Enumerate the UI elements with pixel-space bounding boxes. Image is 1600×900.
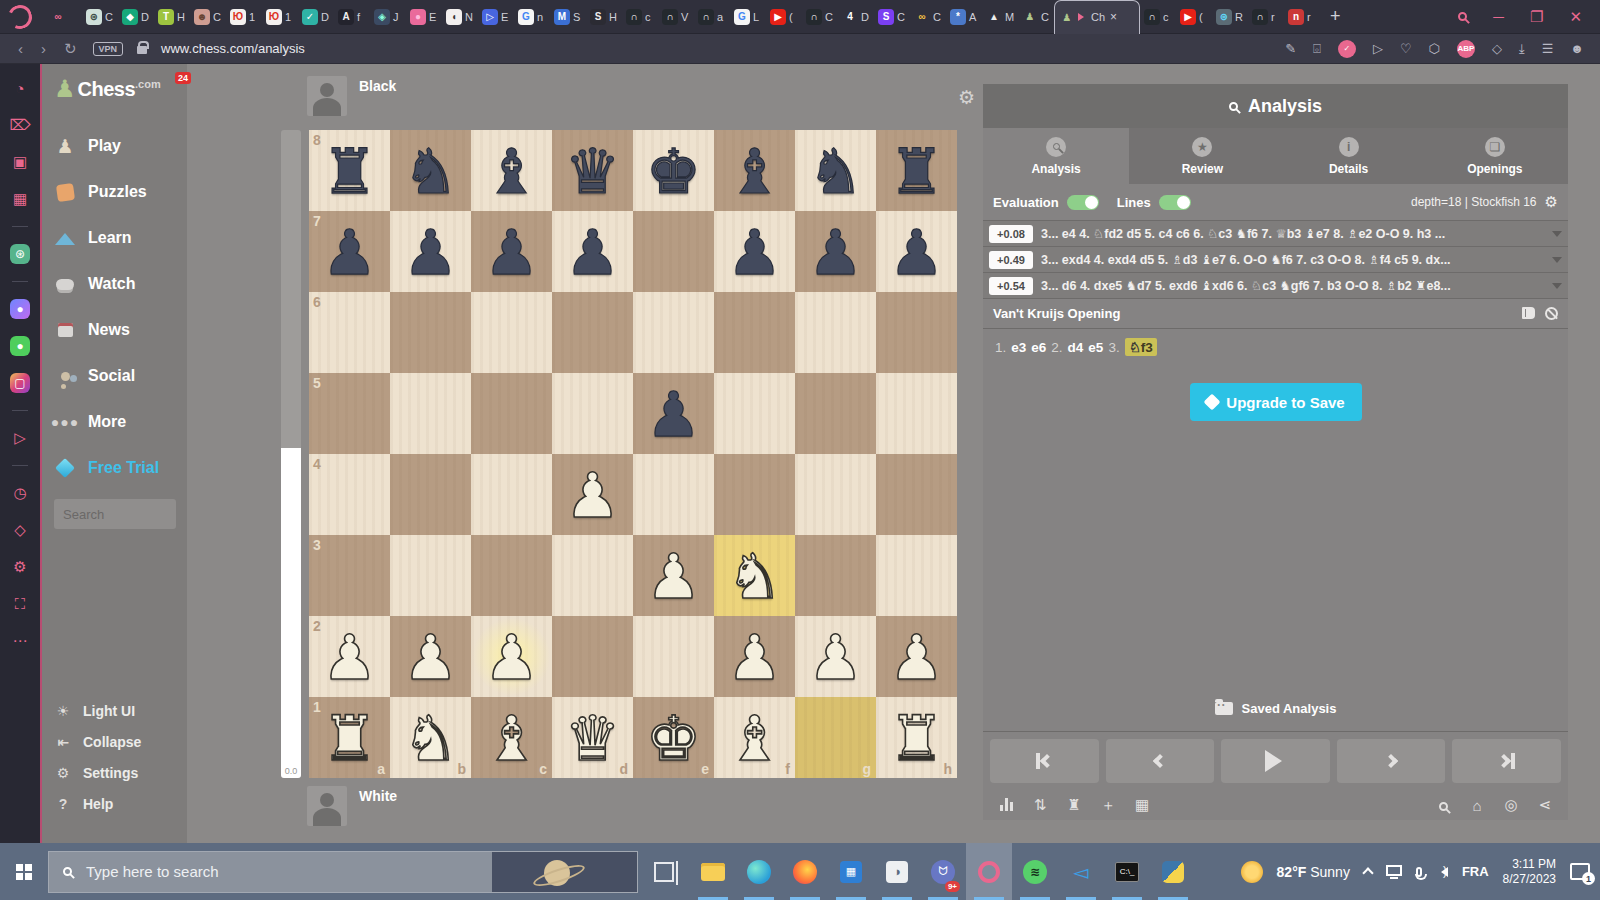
back-icon[interactable]: ‹ — [18, 40, 23, 57]
wallpaper-icon[interactable]: ⛶ — [10, 594, 30, 614]
square-d2[interactable] — [552, 616, 633, 697]
square-e1[interactable]: e♚ — [633, 697, 714, 778]
chess-board[interactable]: 8♜♞♝♛♚♝♞♜7♟♟♟♟♟♟♟65♟4♟3♟♞2♟♟♟♟♟♟1a♜b♞c♝d… — [309, 130, 957, 778]
tab-29[interactable]: ∩c — [1140, 0, 1176, 34]
board-settings-gear-icon[interactable]: ⚙ — [958, 86, 975, 109]
engine-line-1[interactable]: +0.083... e4 4. ♘fd2 d5 5. c4 c6 6. ♘c3 … — [983, 221, 1568, 247]
square-a2[interactable]: 2♟ — [309, 616, 390, 697]
tab-12[interactable]: ▷E — [478, 0, 514, 34]
sidebar-item-help[interactable]: ?Help — [54, 788, 141, 819]
settings-icon[interactable]: ⚙ — [10, 557, 30, 577]
white-pawn-g2[interactable]: ♟ — [795, 616, 876, 697]
board-setup-icon[interactable]: ▦ — [1133, 796, 1151, 814]
sidebar-item-label: Learn — [88, 229, 132, 247]
tab-3[interactable]: TH — [154, 0, 190, 34]
square-f6[interactable] — [714, 292, 795, 373]
history-icon[interactable]: ◷ — [10, 483, 30, 503]
square-h7[interactable]: ♟ — [876, 211, 957, 292]
square-c7[interactable]: ♟ — [471, 211, 552, 292]
square-g8[interactable]: ♞ — [795, 130, 876, 211]
white-pawn-a2[interactable]: ♟ — [309, 616, 390, 697]
black-pawn-g7[interactable]: ♟ — [795, 211, 876, 292]
square-c5[interactable] — [471, 373, 552, 454]
opening-explorer-icon[interactable] — [1545, 307, 1558, 320]
speaker-icon[interactable] — [1436, 867, 1448, 877]
square-b3[interactable] — [390, 535, 471, 616]
square-a3[interactable]: 3 — [309, 535, 390, 616]
taskbar-app-edge[interactable] — [736, 843, 782, 900]
notification-center-icon[interactable] — [1570, 863, 1590, 880]
whatsapp-icon[interactable]: ● — [10, 336, 30, 356]
tab-8[interactable]: Af — [334, 0, 370, 34]
sidebar-search-input[interactable] — [54, 499, 176, 529]
tab-title: J — [393, 11, 399, 23]
move[interactable]: d4 — [1068, 340, 1084, 355]
tab-openings[interactable]: ❏Openings — [1422, 128, 1568, 184]
square-c6[interactable] — [471, 292, 552, 373]
rank-label: 3 — [313, 537, 321, 553]
tab-title: n — [537, 11, 543, 23]
close-button[interactable]: ✕ — [1569, 8, 1582, 26]
taskbar-app-terminal[interactable]: C:\_ — [1104, 843, 1150, 900]
square-e8[interactable]: ♚ — [633, 130, 714, 211]
pieces-icon[interactable]: ♜ — [1065, 796, 1083, 814]
tab-10[interactable]: ●E — [406, 0, 442, 34]
tab-15[interactable]: SH — [586, 0, 622, 34]
extension-icon[interactable]: ⬡ — [1429, 41, 1440, 56]
chevron-down-icon[interactable] — [1552, 283, 1562, 294]
taskbar-search[interactable]: Type here to search — [48, 851, 638, 893]
square-g5[interactable] — [795, 373, 876, 454]
lines-toggle[interactable] — [1159, 195, 1191, 210]
next-move-button[interactable] — [1337, 739, 1446, 783]
square-h8[interactable]: ♜ — [876, 130, 957, 211]
square-d3[interactable] — [552, 535, 633, 616]
compose-icon[interactable]: ✎ — [1285, 41, 1296, 56]
engine-line-2[interactable]: +0.493... exd4 4. exd4 d5 5. ♗d3 ♝e7 6. … — [983, 247, 1568, 273]
square-f1[interactable]: f♝ — [714, 697, 795, 778]
square-d1[interactable]: d♛ — [552, 697, 633, 778]
opening-book-icon[interactable] — [1522, 307, 1535, 319]
move[interactable]: e5 — [1088, 340, 1103, 355]
tab-favicon: n — [1288, 9, 1304, 25]
chatgpt-icon[interactable]: ⊛ — [10, 244, 30, 264]
square-h6[interactable] — [876, 292, 957, 373]
black-avatar[interactable] — [307, 76, 347, 116]
chart-icon[interactable] — [997, 797, 1015, 814]
shield-check-icon[interactable]: ✓ — [1338, 40, 1356, 58]
square-f4[interactable] — [714, 454, 795, 535]
tab-chesscom-active[interactable]: ♟Ch× — [1054, 0, 1140, 34]
tab-title: r — [1307, 11, 1311, 23]
square-a7[interactable]: 7♟ — [309, 211, 390, 292]
tab-1[interactable]: ⊛C — [82, 0, 118, 34]
square-a6[interactable]: 6 — [309, 292, 390, 373]
square-g4[interactable] — [795, 454, 876, 535]
square-h2[interactable]: ♟ — [876, 616, 957, 697]
tab-21[interactable]: ∩C — [802, 0, 838, 34]
black-pawn-e5[interactable]: ♟ — [633, 373, 714, 454]
square-h3[interactable] — [876, 535, 957, 616]
tab-27[interactable]: ♟C — [1018, 0, 1054, 34]
sidebar-item-learn[interactable]: Learn — [54, 215, 187, 261]
tab-22[interactable]: 4D — [838, 0, 874, 34]
square-e5[interactable]: ♟ — [633, 373, 714, 454]
rank-label: 5 — [313, 375, 321, 391]
white-knight-b1[interactable]: ♞ — [390, 697, 471, 778]
engine-settings-gear-icon[interactable]: ⚙ — [1545, 193, 1558, 211]
audio-playing-icon[interactable] — [1078, 13, 1088, 21]
square-e6[interactable] — [633, 292, 714, 373]
black-bishop-c8[interactable]: ♝ — [471, 130, 552, 211]
square-b5[interactable] — [390, 373, 471, 454]
heart-icon[interactable]: ♡ — [1400, 41, 1412, 56]
cube-icon[interactable]: ◇ — [1492, 41, 1502, 56]
tab-favicon: ◈ — [374, 9, 390, 25]
gear-icon: ⚙ — [54, 765, 72, 781]
panel-toolbar: ⇅♜＋▦ ⌂◎⋖ — [983, 790, 1568, 820]
upgrade-to-save-button[interactable]: Upgrade to Save — [1190, 383, 1362, 421]
instagram-icon[interactable]: ▢ — [10, 373, 30, 393]
taskbar-app-vscode[interactable]: ◅ — [1058, 843, 1104, 900]
sidebar-item-settings[interactable]: ⚙Settings — [54, 757, 141, 788]
flip-board-icon[interactable]: ⇅ — [1031, 796, 1049, 814]
square-f2[interactable]: ♟ — [714, 616, 795, 697]
microphone-icon[interactable] — [1416, 867, 1422, 877]
tab-6[interactable]: Ю1 — [262, 0, 298, 34]
extensions-icon[interactable]: ◇ — [10, 520, 30, 540]
move-list[interactable]: 1.e3e62.d4e53.♘f3 — [983, 329, 1568, 365]
sidebar-item-collapse[interactable]: ⇤Collapse — [54, 726, 141, 757]
square-c2[interactable]: ♟ — [471, 616, 552, 697]
square-g7[interactable]: ♟ — [795, 211, 876, 292]
tab-review[interactable]: ★Review — [1129, 128, 1275, 184]
square-b6[interactable] — [390, 292, 471, 373]
white-pawn-h2[interactable]: ♟ — [876, 616, 957, 697]
tab-2[interactable]: ◆D — [118, 0, 154, 34]
sidebar-utility: ☀Light UI⇤Collapse⚙Settings?Help — [54, 695, 141, 819]
black-bishop-f8[interactable]: ♝ — [714, 130, 795, 211]
tab-close-icon[interactable]: × — [1110, 10, 1117, 24]
snapshot-camera-icon[interactable]: ⌻ — [1313, 41, 1321, 57]
send-icon[interactable]: ▷ — [1373, 41, 1383, 56]
square-f7[interactable]: ♟ — [714, 211, 795, 292]
speed-dial-icon[interactable]: ◔ — [10, 78, 30, 98]
square-c8[interactable]: ♝ — [471, 130, 552, 211]
white-knight-f3[interactable]: ♞ — [714, 535, 795, 616]
tab-25[interactable]: *A — [946, 0, 982, 34]
square-e4[interactable] — [633, 454, 714, 535]
square-a5[interactable]: 5 — [309, 373, 390, 454]
player-icon[interactable]: ▷ — [10, 428, 30, 448]
tab-favicon: ♟ — [1059, 9, 1075, 25]
white-pawn-b2[interactable]: ♟ — [390, 616, 471, 697]
clock[interactable]: 3:11 PM 8/27/2023 — [1503, 857, 1556, 887]
tab-9[interactable]: ◈J — [370, 0, 406, 34]
white-rook-a1[interactable]: ♜ — [309, 697, 390, 778]
square-b7[interactable]: ♟ — [390, 211, 471, 292]
divider — [12, 281, 28, 282]
white-pawn-c2[interactable]: ♟ — [471, 616, 552, 697]
language-indicator[interactable]: FRA — [1462, 864, 1489, 879]
tab-7[interactable]: ✓D — [298, 0, 334, 34]
square-d7[interactable]: ♟ — [552, 211, 633, 292]
reload-icon[interactable]: ↻ — [64, 40, 77, 58]
white-pawn-f2[interactable]: ♟ — [714, 616, 795, 697]
chesscom-logo[interactable]: ♟ Chess .com 24 — [54, 78, 187, 101]
black-rook-a8[interactable]: ♜ — [309, 130, 390, 211]
browser-tab-strip: ∞⊛C◆DTH☻CЮ1Ю1✓DAf◈J●E◖N▷EGnMSSH∩c∩V∩aGL▶… — [0, 0, 1600, 34]
current-move[interactable]: ♘f3 — [1125, 338, 1157, 356]
tab-label: Analysis — [1031, 162, 1080, 176]
taskbar-app-file-explorer[interactable] — [690, 843, 736, 900]
weather-desc[interactable]: Sunny — [1310, 864, 1350, 880]
tab-26[interactable]: ▲M — [982, 0, 1018, 34]
tab-19[interactable]: GL — [730, 0, 766, 34]
share-icon[interactable]: ⋖ — [1536, 796, 1554, 814]
black-queen-d8[interactable]: ♛ — [552, 130, 633, 211]
tab-32[interactable]: ∩r — [1248, 0, 1284, 34]
logo-word: Chess — [78, 78, 136, 101]
square-b1[interactable]: b♞ — [390, 697, 471, 778]
taskbar-app-spotify[interactable]: ≋ — [1012, 843, 1058, 900]
maximize-button[interactable]: ❐ — [1530, 8, 1543, 26]
profile-icon[interactable]: ☻ — [1570, 41, 1584, 56]
folder-icon — [1215, 702, 1233, 715]
square-d8[interactable]: ♛ — [552, 130, 633, 211]
square-f5[interactable] — [714, 373, 795, 454]
tab-20[interactable]: ▶( — [766, 0, 802, 34]
messenger-icon[interactable]: ● — [10, 299, 30, 319]
utility-label: Help — [83, 796, 113, 812]
weather-temp[interactable]: 82°F — [1277, 864, 1307, 880]
twitch-icon[interactable]: ▣ — [10, 152, 30, 172]
square-c1[interactable]: c♝ — [471, 697, 552, 778]
tab-18[interactable]: ∩a — [694, 0, 730, 34]
task-view-icon[interactable] — [654, 862, 674, 882]
tab-23[interactable]: SC — [874, 0, 910, 34]
tab-16[interactable]: ∩c — [622, 0, 658, 34]
network-icon[interactable] — [1386, 865, 1402, 876]
rank-label: 6 — [313, 294, 321, 310]
analysis-magnifier-icon — [1229, 102, 1238, 111]
tab-31[interactable]: ⊛R — [1212, 0, 1248, 34]
white-bishop-f1[interactable]: ♝ — [714, 697, 795, 778]
address-bar: ‹ › ↻ VPN www.chess.com/analysis ✎ ⌻ ✓ ▷… — [0, 34, 1600, 64]
white-player-name: White — [359, 788, 397, 804]
tab-24[interactable]: ∞C — [910, 0, 946, 34]
square-d5[interactable] — [552, 373, 633, 454]
evaluation-toggle[interactable] — [1067, 195, 1099, 210]
black-knight-g8[interactable]: ♞ — [795, 130, 876, 211]
white-rook-h1[interactable]: ♜ — [876, 697, 957, 778]
taskbar-app-store[interactable]: ▦ — [828, 843, 874, 900]
square-e3[interactable]: ♟ — [633, 535, 714, 616]
tab-details[interactable]: iDetails — [1276, 128, 1422, 184]
black-pawn-d7[interactable]: ♟ — [552, 211, 633, 292]
tab-33[interactable]: nr — [1284, 0, 1320, 34]
tray-date: 8/27/2023 — [1503, 872, 1556, 886]
sidebar-item-label: Social — [88, 367, 135, 385]
opera-gx-logo[interactable] — [5, 1, 36, 32]
tab-favicon: * — [950, 9, 966, 25]
tab-list: ∞⊛C◆DTH☻CЮ1Ю1✓DAf◈J●E◖N▷EGnMSSH∩c∩V∩aGL▶… — [46, 0, 1320, 34]
tab-0[interactable]: ∞ — [46, 0, 82, 34]
sidebar-item-free-trial[interactable]: Free Trial — [54, 445, 187, 491]
vpn-badge[interactable]: VPN — [93, 42, 124, 56]
target-icon[interactable]: ◎ — [1502, 796, 1520, 814]
gx-control-icon[interactable]: ▦ — [10, 189, 30, 209]
square-a1[interactable]: 1a♜ — [309, 697, 390, 778]
black-pawn-a7[interactable]: ♟ — [309, 211, 390, 292]
black-king-e8[interactable]: ♚ — [633, 130, 714, 211]
tab-title: Ch — [1091, 11, 1105, 23]
search-icon — [63, 867, 72, 876]
tab-14[interactable]: MS — [550, 0, 586, 34]
white-queen-d1[interactable]: ♛ — [552, 697, 633, 778]
taskbar-app-discord[interactable]: ᗢ9+ — [920, 843, 966, 900]
tab-4[interactable]: ☻C — [190, 0, 226, 34]
square-g3[interactable] — [795, 535, 876, 616]
taskbar-app-opera-gx[interactable] — [966, 843, 1012, 900]
sidebar-item-puzzles[interactable]: Puzzles — [54, 169, 187, 215]
white-king-e1[interactable]: ♚ — [633, 697, 714, 778]
square-g6[interactable] — [795, 292, 876, 373]
square-h5[interactable] — [876, 373, 957, 454]
lock-icon[interactable] — [137, 46, 147, 54]
chevron-down-icon[interactable] — [1552, 257, 1562, 268]
black-pawn-f7[interactable]: ♟ — [714, 211, 795, 292]
sidebar-item-light-ui[interactable]: ☀Light UI — [54, 695, 141, 726]
square-h4[interactable] — [876, 454, 957, 535]
square-b4[interactable] — [390, 454, 471, 535]
square-e7[interactable] — [633, 211, 714, 292]
windows-taskbar: Type here to search ▦◑ᗢ9+≋◅C:\_ 82°F Sun… — [0, 843, 1600, 900]
move[interactable]: e3 — [1011, 340, 1026, 355]
tab-favicon: ∩ — [1144, 9, 1160, 25]
start-button[interactable] — [0, 864, 48, 880]
saved-analysis-button[interactable]: Saved Analysis — [983, 693, 1568, 723]
forward-icon[interactable]: › — [41, 40, 46, 57]
black-knight-b8[interactable]: ♞ — [390, 130, 471, 211]
square-e2[interactable] — [633, 616, 714, 697]
opening-row[interactable]: Van't Kruijs Opening — [983, 299, 1568, 329]
sidebar-item-label: Free Trial — [88, 459, 159, 477]
tab-13[interactable]: Gn — [514, 0, 550, 34]
square-a4[interactable]: 4 — [309, 454, 390, 535]
white-pawn-e3[interactable]: ♟ — [633, 535, 714, 616]
tune-icon[interactable]: ☰ — [1542, 41, 1554, 56]
tab-title: r — [1271, 11, 1275, 23]
square-f8[interactable]: ♝ — [714, 130, 795, 211]
tab-30[interactable]: ▶( — [1176, 0, 1212, 34]
panel-title: Analysis — [1248, 96, 1322, 117]
engine-line-3[interactable]: +0.543... d6 4. dxe5 ♞d7 5. exd6 ♝xd6 6.… — [983, 273, 1568, 299]
previous-move-button[interactable] — [1106, 739, 1215, 783]
tab-title: C — [897, 11, 905, 23]
black-rook-h8[interactable]: ♜ — [876, 130, 957, 211]
weather-sun-icon[interactable] — [1241, 861, 1263, 883]
square-b8[interactable]: ♞ — [390, 130, 471, 211]
taskbar-app-firefox[interactable] — [782, 843, 828, 900]
search-tabs-icon[interactable] — [1458, 12, 1467, 21]
square-c3[interactable] — [471, 535, 552, 616]
chevron-down-icon[interactable] — [1552, 231, 1562, 242]
square-d4[interactable]: ♟ — [552, 454, 633, 535]
go-to-start-button[interactable] — [990, 739, 1099, 783]
tab-17[interactable]: ∩V — [658, 0, 694, 34]
tab-11[interactable]: ◖N — [442, 0, 478, 34]
black-pawn-h7[interactable]: ♟ — [876, 211, 957, 292]
tray-expand-icon[interactable] — [1362, 867, 1373, 878]
sidebar-item-watch[interactable]: Watch — [54, 261, 187, 307]
tab-favicon: T — [158, 9, 174, 25]
new-tab-button[interactable]: + — [1330, 6, 1341, 27]
sidebar-item-social[interactable]: Social — [54, 353, 187, 399]
taskbar-app-python[interactable] — [1150, 843, 1196, 900]
minimize-button[interactable]: ─ — [1493, 8, 1504, 25]
panel-header: Analysis — [983, 84, 1568, 128]
square-g2[interactable]: ♟ — [795, 616, 876, 697]
adblock-icon[interactable]: ABP — [1457, 40, 1475, 58]
tab-analysis[interactable]: Analysis — [983, 128, 1129, 184]
tab-favicon: ⊛ — [86, 9, 102, 25]
move[interactable]: e6 — [1031, 340, 1046, 355]
go-to-end-button[interactable] — [1452, 739, 1561, 783]
taskbar-app-lamp-app[interactable]: ◑ — [874, 843, 920, 900]
white-pawn-d4[interactable]: ♟ — [552, 454, 633, 535]
square-b2[interactable]: ♟ — [390, 616, 471, 697]
black-pawn-b7[interactable]: ♟ — [390, 211, 471, 292]
eval-badge: +0.49 — [989, 251, 1033, 269]
square-h1[interactable]: h♜ — [876, 697, 957, 778]
evaluation-toggle-label: Evaluation — [993, 195, 1059, 210]
add-icon[interactable]: ＋ — [1099, 796, 1117, 815]
star-icon: ★ — [1192, 137, 1212, 157]
sidebar-item-more[interactable]: ●●●More — [54, 399, 187, 445]
square-f3[interactable]: ♞ — [714, 535, 795, 616]
tab-title: E — [501, 11, 508, 23]
more-icon[interactable]: ⋯ — [10, 631, 30, 651]
square-g1[interactable]: g — [795, 697, 876, 778]
panel-controls: Evaluation Lines depth=18 | Stockfish 16… — [983, 184, 1568, 220]
square-a8[interactable]: 8♜ — [309, 130, 390, 211]
sidebar-item-news[interactable]: News — [54, 307, 187, 353]
library-add-icon[interactable]: ⌂ — [1468, 797, 1486, 814]
black-pawn-c7[interactable]: ♟ — [471, 211, 552, 292]
tab-favicon: G — [518, 9, 534, 25]
zoom-icon[interactable] — [1434, 797, 1452, 814]
panel-tabs: Analysis★ReviewiDetails❏Openings — [983, 128, 1568, 184]
binoculars-icon — [54, 273, 76, 295]
tab-title: D — [861, 11, 869, 23]
sidebar-item-play[interactable]: ♟Play — [54, 123, 187, 169]
top-player-row: Black — [307, 76, 396, 116]
play-button[interactable] — [1221, 739, 1330, 783]
tab-favicon: ∩ — [698, 9, 714, 25]
grad-cap-icon — [54, 227, 76, 249]
line-moves: 3... exd4 4. exd4 d5 5. ♗d3 ♝e7 6. O-O ♞… — [1041, 252, 1546, 267]
download-icon[interactable]: ⤓ — [1519, 41, 1525, 57]
square-c4[interactable] — [471, 454, 552, 535]
cleaner-icon[interactable]: ⌦ — [10, 115, 30, 135]
url-text[interactable]: www.chess.com/analysis — [161, 41, 305, 56]
tab-5[interactable]: Ю1 — [226, 0, 262, 34]
square-d6[interactable] — [552, 292, 633, 373]
white-avatar[interactable] — [307, 786, 347, 826]
white-bishop-c1[interactable]: ♝ — [471, 697, 552, 778]
opening-name: Van't Kruijs Opening — [993, 306, 1120, 321]
